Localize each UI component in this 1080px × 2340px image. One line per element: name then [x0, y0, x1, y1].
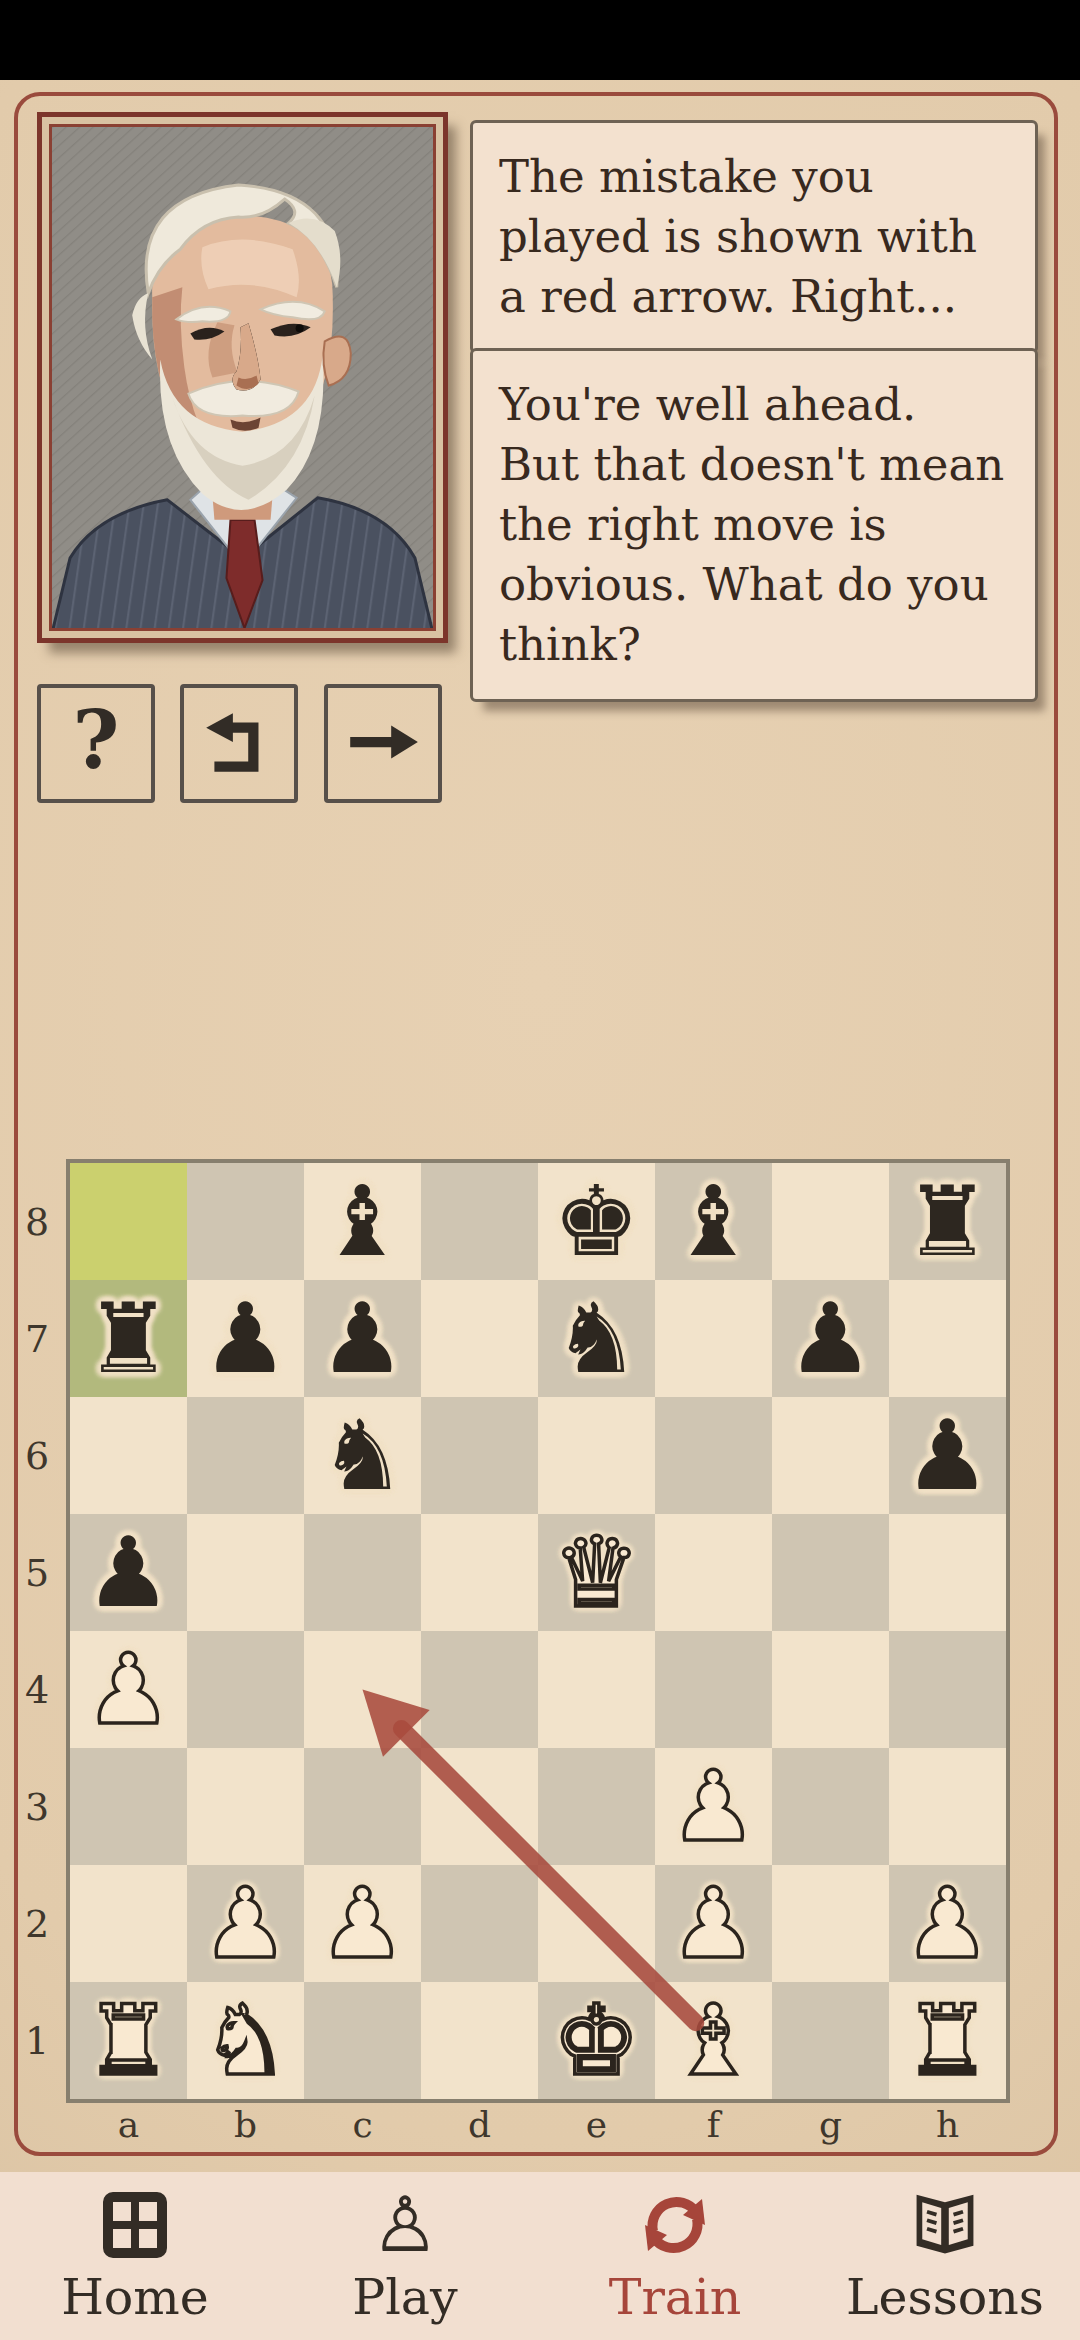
rank-label-2: 2	[14, 1865, 60, 1982]
nav-label-play: Play	[352, 2268, 458, 2328]
square-b6[interactable]	[187, 1397, 304, 1514]
coach-portrait-image	[49, 124, 436, 631]
square-h2[interactable]: ♟	[889, 1865, 1006, 1982]
piece-black-knight[interactable]: ♞	[553, 1280, 640, 1397]
file-label-d: d	[421, 2102, 538, 2146]
piece-white-queen[interactable]: ♛	[553, 1514, 640, 1631]
undo-button[interactable]	[180, 684, 298, 803]
next-button[interactable]	[324, 684, 442, 803]
square-g5[interactable]	[772, 1514, 889, 1631]
square-b1[interactable]: ♞	[187, 1982, 304, 2099]
piece-black-pawn[interactable]: ♟	[85, 1514, 172, 1631]
square-b8[interactable]	[187, 1163, 304, 1280]
square-e4[interactable]	[538, 1631, 655, 1748]
square-a2[interactable]	[70, 1865, 187, 1982]
piece-black-bishop[interactable]: ♝	[670, 1163, 757, 1280]
square-d6[interactable]	[421, 1397, 538, 1514]
square-a7[interactable]: ♜	[70, 1280, 187, 1397]
square-g6[interactable]	[772, 1397, 889, 1514]
square-g2[interactable]	[772, 1865, 889, 1982]
piece-white-pawn[interactable]: ♟	[85, 1631, 172, 1748]
piece-black-pawn[interactable]: ♟	[202, 1280, 289, 1397]
square-c2[interactable]: ♟	[304, 1865, 421, 1982]
square-c7[interactable]: ♟	[304, 1280, 421, 1397]
square-d8[interactable]	[421, 1163, 538, 1280]
piece-black-bishop[interactable]: ♝	[319, 1163, 406, 1280]
square-e5[interactable]: ♛	[538, 1514, 655, 1631]
square-f2[interactable]: ♟	[655, 1865, 772, 1982]
piece-black-pawn[interactable]: ♟	[904, 1397, 991, 1514]
piece-black-pawn[interactable]: ♟	[787, 1280, 874, 1397]
square-g8[interactable]	[772, 1163, 889, 1280]
square-a1[interactable]: ♜	[70, 1982, 187, 2099]
square-c5[interactable]	[304, 1514, 421, 1631]
square-a8[interactable]	[70, 1163, 187, 1280]
square-g7[interactable]: ♟	[772, 1280, 889, 1397]
square-h5[interactable]	[889, 1514, 1006, 1631]
coach-speech-text-1: The mistake you played is shown with a r…	[499, 147, 1009, 327]
open-book-icon	[909, 2188, 981, 2262]
piece-black-rook[interactable]: ♜	[85, 1280, 172, 1397]
bottom-nav: Home ♙ Play Train	[0, 2172, 1080, 2340]
square-f8[interactable]: ♝	[655, 1163, 772, 1280]
square-d4[interactable]	[421, 1631, 538, 1748]
square-h3[interactable]	[889, 1748, 1006, 1865]
square-c3[interactable]	[304, 1748, 421, 1865]
coach-speech-bubble-2: You're well ahead. But that doesn't mean…	[470, 348, 1038, 702]
square-f7[interactable]	[655, 1280, 772, 1397]
nav-item-play[interactable]: ♙ Play	[270, 2172, 540, 2340]
coach-portrait	[37, 112, 448, 643]
rank-label-8: 8	[14, 1163, 60, 1280]
square-c6[interactable]: ♞	[304, 1397, 421, 1514]
square-a5[interactable]: ♟	[70, 1514, 187, 1631]
chess-board: ♝♚♝♜♜♟♟♞♟♞♟♟♛♟♟♟♟♟♟♜♞♚♝♜	[66, 1159, 1010, 2103]
board-squares: ♝♚♝♜♜♟♟♞♟♞♟♟♛♟♟♟♟♟♟♜♞♚♝♜	[70, 1163, 1006, 2099]
square-c8[interactable]: ♝	[304, 1163, 421, 1280]
hint-button[interactable]: ?	[37, 684, 155, 803]
square-d7[interactable]	[421, 1280, 538, 1397]
coach-portrait-illustration	[52, 127, 433, 628]
square-d3[interactable]	[421, 1748, 538, 1865]
square-e7[interactable]: ♞	[538, 1280, 655, 1397]
square-d1[interactable]	[421, 1982, 538, 2099]
window-grid-icon	[99, 2188, 171, 2262]
square-b7[interactable]: ♟	[187, 1280, 304, 1397]
status-bar	[0, 0, 1080, 80]
app-screen: The mistake you played is shown with a r…	[0, 0, 1080, 2340]
question-mark-icon: ?	[73, 693, 120, 787]
piece-white-king[interactable]: ♚	[553, 1982, 640, 2099]
rank-label-1: 1	[14, 1982, 60, 2099]
square-b3[interactable]	[187, 1748, 304, 1865]
rank-labels: 87654321	[14, 1163, 60, 2099]
piece-black-rook[interactable]: ♜	[904, 1163, 991, 1280]
square-e2[interactable]	[538, 1865, 655, 1982]
file-labels: abcdefgh	[70, 2102, 1006, 2146]
rank-label-7: 7	[14, 1280, 60, 1397]
square-g4[interactable]	[772, 1631, 889, 1748]
square-b4[interactable]	[187, 1631, 304, 1748]
undo-arrow-icon	[198, 701, 280, 787]
square-b5[interactable]	[187, 1514, 304, 1631]
square-e8[interactable]: ♚	[538, 1163, 655, 1280]
rank-label-3: 3	[14, 1748, 60, 1865]
file-label-h: h	[889, 2102, 1006, 2146]
coach-speech-text-2: You're well ahead. But that doesn't mean…	[499, 375, 1009, 675]
rank-label-6: 6	[14, 1397, 60, 1514]
piece-black-knight[interactable]: ♞	[319, 1397, 406, 1514]
square-d2[interactable]	[421, 1865, 538, 1982]
piece-white-pawn[interactable]: ♟	[670, 1865, 757, 1982]
nav-label-home: Home	[61, 2268, 209, 2328]
square-e6[interactable]	[538, 1397, 655, 1514]
square-a4[interactable]: ♟	[70, 1631, 187, 1748]
file-label-a: a	[70, 2102, 187, 2146]
nav-item-train[interactable]: Train	[540, 2172, 810, 2340]
piece-white-pawn[interactable]: ♟	[319, 1865, 406, 1982]
piece-white-rook[interactable]: ♜	[85, 1982, 172, 2099]
right-arrow-icon	[342, 701, 424, 787]
piece-black-pawn[interactable]: ♟	[319, 1280, 406, 1397]
rank-label-5: 5	[14, 1514, 60, 1631]
square-h8[interactable]: ♜	[889, 1163, 1006, 1280]
coach-speech-bubble-1: The mistake you played is shown with a r…	[470, 120, 1038, 354]
piece-white-pawn[interactable]: ♟	[904, 1865, 991, 1982]
square-f5[interactable]	[655, 1514, 772, 1631]
piece-white-rook[interactable]: ♜	[904, 1982, 991, 2099]
file-label-c: c	[304, 2102, 421, 2146]
file-label-g: g	[772, 2102, 889, 2146]
rank-label-4: 4	[14, 1631, 60, 1748]
square-a3[interactable]	[70, 1748, 187, 1865]
file-label-b: b	[187, 2102, 304, 2146]
square-g3[interactable]	[772, 1748, 889, 1865]
square-f3[interactable]: ♟	[655, 1748, 772, 1865]
nav-item-home[interactable]: Home	[0, 2172, 270, 2340]
square-f6[interactable]	[655, 1397, 772, 1514]
chess-pawn-icon: ♙	[371, 2188, 439, 2262]
square-a6[interactable]	[70, 1397, 187, 1514]
square-f4[interactable]	[655, 1631, 772, 1748]
square-e1[interactable]: ♚	[538, 1982, 655, 2099]
square-h1[interactable]: ♜	[889, 1982, 1006, 2099]
nav-item-lessons[interactable]: Lessons	[810, 2172, 1080, 2340]
cycle-arrows-icon	[639, 2188, 711, 2262]
square-h6[interactable]: ♟	[889, 1397, 1006, 1514]
square-c4[interactable]	[304, 1631, 421, 1748]
square-b2[interactable]: ♟	[187, 1865, 304, 1982]
piece-white-pawn[interactable]: ♟	[202, 1865, 289, 1982]
square-c1[interactable]	[304, 1982, 421, 2099]
piece-black-king[interactable]: ♚	[553, 1163, 640, 1280]
piece-white-pawn[interactable]: ♟	[670, 1748, 757, 1865]
piece-white-knight[interactable]: ♞	[202, 1982, 289, 2099]
square-h7[interactable]	[889, 1280, 1006, 1397]
nav-label-lessons: Lessons	[846, 2268, 1044, 2328]
nav-label-train: Train	[609, 2268, 742, 2328]
square-d5[interactable]	[421, 1514, 538, 1631]
file-label-f: f	[655, 2102, 772, 2146]
piece-white-bishop[interactable]: ♝	[670, 1982, 757, 2099]
square-h4[interactable]	[889, 1631, 1006, 1748]
file-label-e: e	[538, 2102, 655, 2146]
square-g1[interactable]	[772, 1982, 889, 2099]
square-e3[interactable]	[538, 1748, 655, 1865]
square-f1[interactable]: ♝	[655, 1982, 772, 2099]
